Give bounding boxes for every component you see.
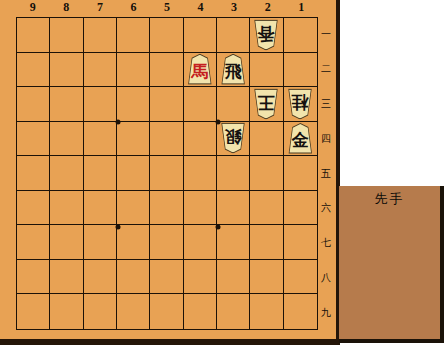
board-cell-1-6[interactable] <box>284 191 317 226</box>
board-cell-6-9[interactable] <box>117 294 150 329</box>
board-cell-1-7[interactable] <box>284 225 317 260</box>
board-cell-1-1[interactable] <box>284 18 317 53</box>
board-cell-1-9[interactable] <box>284 294 317 329</box>
board-cell-5-1[interactable] <box>150 18 183 53</box>
board-cell-8-4[interactable] <box>50 122 83 157</box>
file-label-3: 3 <box>231 0 237 16</box>
board-cell-8-8[interactable] <box>50 260 83 295</box>
star-point-3 <box>115 224 120 229</box>
shogi-diagram: 987654321 香馬飛王桂銀金 一二三四五六七八九 先手 <box>0 0 447 345</box>
board-cell-4-2[interactable]: 馬 <box>184 53 217 88</box>
board-cell-7-2[interactable] <box>84 53 117 88</box>
piece-kanji: 飛 <box>225 63 242 80</box>
rank-label-9: 九 <box>321 306 331 320</box>
star-point-1 <box>115 120 120 125</box>
piece-face: 桂 <box>288 89 312 118</box>
board-cell-3-4[interactable]: 銀 <box>217 122 250 157</box>
shogi-piece-桂-1-3[interactable]: 桂 <box>287 88 313 119</box>
board-cell-6-3[interactable] <box>117 87 150 122</box>
board-cell-7-6[interactable] <box>84 191 117 226</box>
board-cell-7-3[interactable] <box>84 87 117 122</box>
board-cell-8-9[interactable] <box>50 294 83 329</box>
file-label-5: 5 <box>164 0 170 16</box>
board-cell-5-5[interactable] <box>150 156 183 191</box>
board-cell-9-9[interactable] <box>17 294 50 329</box>
board-cell-2-3[interactable]: 王 <box>250 87 283 122</box>
board-cell-7-9[interactable] <box>84 294 117 329</box>
board-cell-6-2[interactable] <box>117 53 150 88</box>
board-cell-6-4[interactable] <box>117 122 150 157</box>
piece-face: 飛 <box>221 55 245 84</box>
file-label-4: 4 <box>198 0 204 16</box>
rank-label-2: 二 <box>321 62 331 76</box>
rank-labels: 一二三四五六七八九 <box>319 17 335 330</box>
file-label-7: 7 <box>97 0 103 16</box>
board-cell-3-7[interactable] <box>217 225 250 260</box>
file-label-9: 9 <box>30 0 36 16</box>
board-cell-3-9[interactable] <box>217 294 250 329</box>
board-cell-2-8[interactable] <box>250 260 283 295</box>
rank-label-3: 三 <box>321 97 331 111</box>
board-cell-8-6[interactable] <box>50 191 83 226</box>
star-point-4 <box>216 224 221 229</box>
board-cell-1-8[interactable] <box>284 260 317 295</box>
rank-label-4: 四 <box>321 132 331 146</box>
board-cell-1-4[interactable]: 金 <box>284 122 317 157</box>
piece-kanji: 桂 <box>292 93 309 110</box>
board-cell-9-5[interactable] <box>17 156 50 191</box>
rank-label-5: 五 <box>321 167 331 181</box>
board-cell-9-4[interactable] <box>17 122 50 157</box>
board-cell-1-5[interactable] <box>284 156 317 191</box>
file-labels: 987654321 <box>16 0 318 16</box>
board-cell-2-4[interactable] <box>250 122 283 157</box>
piece-face: 銀 <box>221 124 245 153</box>
piece-kanji: 王 <box>258 93 275 110</box>
board-cell-2-2[interactable] <box>250 53 283 88</box>
board-cell-2-1[interactable]: 香 <box>250 18 283 53</box>
board-cell-4-6[interactable] <box>184 191 217 226</box>
file-label-2: 2 <box>265 0 271 16</box>
board-cell-8-7[interactable] <box>50 225 83 260</box>
board-cell-3-2[interactable]: 飛 <box>217 53 250 88</box>
board-cell-4-7[interactable] <box>184 225 217 260</box>
shogi-piece-王-2-3[interactable]: 王 <box>253 88 279 119</box>
piece-face: 馬 <box>188 55 212 84</box>
piece-kanji: 馬 <box>191 63 208 80</box>
board-cell-5-9[interactable] <box>150 294 183 329</box>
shogi-piece-金-1-4[interactable]: 金 <box>287 123 313 154</box>
board-cell-2-7[interactable] <box>250 225 283 260</box>
board-cell-3-5[interactable] <box>217 156 250 191</box>
board-cell-4-9[interactable] <box>184 294 217 329</box>
board-cell-8-2[interactable] <box>50 53 83 88</box>
rank-label-7: 七 <box>321 236 331 250</box>
board-cell-7-5[interactable] <box>84 156 117 191</box>
board-cell-8-3[interactable] <box>50 87 83 122</box>
board-cell-6-1[interactable] <box>117 18 150 53</box>
board-cell-7-7[interactable] <box>84 225 117 260</box>
board-cell-9-3[interactable] <box>17 87 50 122</box>
file-label-6: 6 <box>130 0 136 16</box>
board-cell-3-3[interactable] <box>217 87 250 122</box>
board-cell-1-3[interactable]: 桂 <box>284 87 317 122</box>
board-cell-5-3[interactable] <box>150 87 183 122</box>
board-cell-3-6[interactable] <box>217 191 250 226</box>
board-cell-3-1[interactable] <box>217 18 250 53</box>
piece-face: 香 <box>254 20 278 49</box>
shogi-piece-銀-3-4[interactable]: 銀 <box>220 123 246 154</box>
board-cell-9-6[interactable] <box>17 191 50 226</box>
board-cell-6-7[interactable] <box>117 225 150 260</box>
board-cell-3-8[interactable] <box>217 260 250 295</box>
sente-piece-stand[interactable]: 先手 <box>339 186 444 343</box>
komadai-label: 先手 <box>339 190 440 208</box>
board-cell-9-2[interactable] <box>17 53 50 88</box>
rank-label-8: 八 <box>321 271 331 285</box>
board-grid: 香馬飛王桂銀金 <box>16 17 318 330</box>
shogi-piece-香-2-1[interactable]: 香 <box>253 19 279 50</box>
board-cell-2-6[interactable] <box>250 191 283 226</box>
board-cell-7-4[interactable] <box>84 122 117 157</box>
shogi-piece-飛-3-2[interactable]: 飛 <box>220 54 246 85</box>
board-cell-6-5[interactable] <box>117 156 150 191</box>
file-label-8: 8 <box>63 0 69 16</box>
board-cell-5-8[interactable] <box>150 260 183 295</box>
board-cell-5-2[interactable] <box>150 53 183 88</box>
shogi-board-panel: 987654321 香馬飛王桂銀金 一二三四五六七八九 <box>0 0 340 345</box>
board-cell-6-8[interactable] <box>117 260 150 295</box>
piece-kanji: 金 <box>292 132 309 149</box>
board-cell-5-4[interactable] <box>150 122 183 157</box>
board-cell-8-5[interactable] <box>50 156 83 191</box>
board-cell-5-7[interactable] <box>150 225 183 260</box>
board-cell-4-5[interactable] <box>184 156 217 191</box>
rank-label-1: 一 <box>321 27 331 41</box>
star-point-2 <box>216 120 221 125</box>
board-cell-5-6[interactable] <box>150 191 183 226</box>
board-cell-9-7[interactable] <box>17 225 50 260</box>
board-cell-4-3[interactable] <box>184 87 217 122</box>
piece-kanji: 銀 <box>225 128 242 145</box>
board-cell-4-4[interactable] <box>184 122 217 157</box>
shogi-piece-馬-4-2[interactable]: 馬 <box>187 54 213 85</box>
board-cell-9-1[interactable] <box>17 18 50 53</box>
board-cell-4-1[interactable] <box>184 18 217 53</box>
board-cell-7-1[interactable] <box>84 18 117 53</box>
board-cell-4-8[interactable] <box>184 260 217 295</box>
board-cell-2-9[interactable] <box>250 294 283 329</box>
piece-kanji: 香 <box>258 24 275 41</box>
board-cell-9-8[interactable] <box>17 260 50 295</box>
board-cell-7-8[interactable] <box>84 260 117 295</box>
board-cell-8-1[interactable] <box>50 18 83 53</box>
piece-face: 王 <box>254 89 278 118</box>
piece-face: 金 <box>288 124 312 153</box>
file-label-1: 1 <box>298 0 304 16</box>
board-cell-1-2[interactable] <box>284 53 317 88</box>
board-cell-6-6[interactable] <box>117 191 150 226</box>
rank-label-6: 六 <box>321 201 331 215</box>
board-cell-2-5[interactable] <box>250 156 283 191</box>
